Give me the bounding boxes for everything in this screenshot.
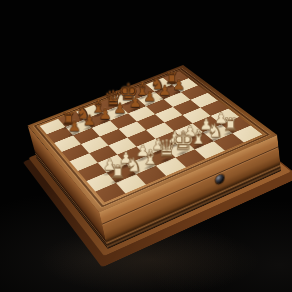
drawer-knob (215, 173, 224, 184)
piece-glyph: ♜ (109, 163, 126, 181)
product-photo-scene: ♜♞♝♛♚♝♞♜♟♟♟♟♟♟♟♟♟♟♟♟♟♟♟♟♜♞♝♛♚♝♞♜ (0, 0, 292, 292)
chess-box: ♜♞♝♛♚♝♞♜♟♟♟♟♟♟♟♟♟♟♟♟♟♟♟♟♜♞♝♛♚♝♞♜ (28, 65, 278, 212)
piece-wr-a1: ♜ (102, 149, 132, 181)
